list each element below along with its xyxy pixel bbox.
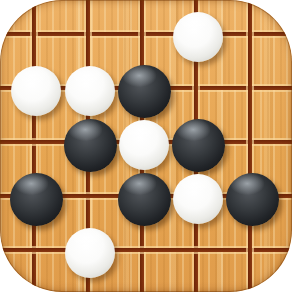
white-stone[interactable] (65, 66, 115, 116)
black-stone[interactable] (172, 119, 225, 172)
white-stone[interactable] (11, 66, 61, 116)
black-stone[interactable] (118, 173, 171, 226)
white-stone[interactable] (173, 12, 223, 62)
white-stone[interactable] (65, 228, 115, 278)
black-stone[interactable] (64, 119, 117, 172)
grid-line-vertical (248, 0, 252, 292)
white-stone[interactable] (173, 174, 223, 224)
black-stone[interactable] (10, 173, 63, 226)
white-stone[interactable] (119, 120, 169, 170)
go-app-icon[interactable] (0, 0, 292, 292)
go-board[interactable] (0, 0, 292, 292)
black-stone[interactable] (118, 65, 171, 118)
black-stone[interactable] (226, 173, 279, 226)
